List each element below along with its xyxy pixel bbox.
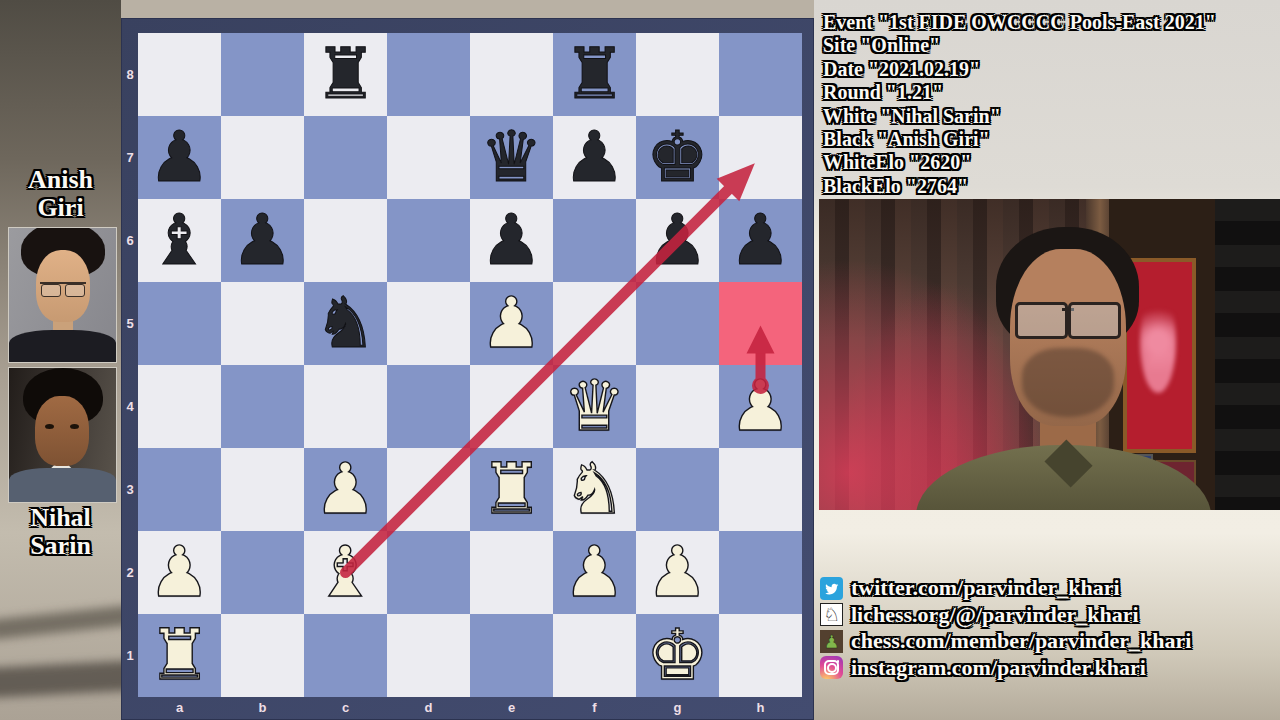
instagram-icon	[820, 656, 843, 679]
rank-label-1: 1	[125, 648, 135, 663]
square-f5[interactable]	[553, 282, 636, 365]
lichess-icon: ♘	[820, 603, 843, 626]
pgn-blackelo: BlackElo "2764"	[823, 175, 1279, 198]
social-link-text: chess.com/member/parvinder_khari	[851, 628, 1191, 654]
file-label-g: g	[673, 700, 683, 715]
square-a5[interactable]	[138, 282, 221, 365]
file-label-h: h	[756, 700, 766, 715]
square-c1[interactable]	[304, 614, 387, 697]
pgn-tags: Event "1st FIDE OWCCCC Pools-East 2021" …	[823, 11, 1279, 198]
social-link-chesscom[interactable]: ♟ chess.com/member/parvinder_khari	[820, 628, 1191, 655]
glasses-icon	[1015, 302, 1121, 333]
square-d5[interactable]	[387, 282, 470, 365]
piece-black-R-c8[interactable]: ♜	[304, 33, 387, 116]
square-c7[interactable]	[304, 116, 387, 199]
piece-white-P-h4[interactable]: ♟	[719, 365, 802, 448]
rank-label-5: 5	[125, 316, 135, 331]
piece-black-P-f7[interactable]: ♟	[553, 116, 636, 199]
square-g4[interactable]	[636, 365, 719, 448]
piece-white-R-e3[interactable]: ♜	[470, 448, 553, 531]
piece-white-K-g1[interactable]: ♚	[636, 614, 719, 697]
square-h1[interactable]	[719, 614, 802, 697]
rank-label-4: 4	[125, 399, 135, 414]
square-a3[interactable]	[138, 448, 221, 531]
square-d3[interactable]	[387, 448, 470, 531]
square-b8[interactable]	[221, 33, 304, 116]
square-d1[interactable]	[387, 614, 470, 697]
rank-label-6: 6	[125, 233, 135, 248]
square-h8[interactable]	[719, 33, 802, 116]
square-b5[interactable]	[221, 282, 304, 365]
rank-label-7: 7	[125, 150, 135, 165]
square-b3[interactable]	[221, 448, 304, 531]
pgn-date: Date "2021.02.19"	[823, 58, 1279, 81]
square-d2[interactable]	[387, 531, 470, 614]
square-b4[interactable]	[221, 365, 304, 448]
piece-white-P-a2[interactable]: ♟	[138, 531, 221, 614]
square-h2[interactable]	[719, 531, 802, 614]
commentator-stubble	[1022, 348, 1114, 416]
square-g8[interactable]	[636, 33, 719, 116]
photo-eyes	[43, 424, 81, 430]
square-c4[interactable]	[304, 365, 387, 448]
piece-white-P-c3[interactable]: ♟	[304, 448, 387, 531]
file-label-d: d	[424, 700, 434, 715]
square-b2[interactable]	[221, 531, 304, 614]
square-b7[interactable]	[221, 116, 304, 199]
webcam-dark-wall	[1215, 199, 1280, 510]
photo-shirt	[9, 330, 116, 362]
piece-white-P-g2[interactable]: ♟	[636, 531, 719, 614]
file-label-b: b	[258, 700, 268, 715]
square-f6[interactable]	[553, 199, 636, 282]
piece-black-P-b6[interactable]: ♟	[221, 199, 304, 282]
square-h7[interactable]	[719, 116, 802, 199]
square-e2[interactable]	[470, 531, 553, 614]
social-link-text: lichess.org/@/parvinder_khari	[851, 602, 1139, 628]
square-f1[interactable]	[553, 614, 636, 697]
file-label-f: f	[590, 700, 600, 715]
chess-board: ♜♜♟♛♟♚♝♟♟♟♟♞♟♛♟♟♜♞♟♝♟♟♜♚ 87654321 abcdef…	[121, 18, 814, 720]
square-g5[interactable]	[636, 282, 719, 365]
piece-black-P-g6[interactable]: ♟	[636, 199, 719, 282]
piece-black-N-c5[interactable]: ♞	[304, 282, 387, 365]
piece-black-Q-e7[interactable]: ♛	[470, 116, 553, 199]
piece-black-K-g7[interactable]: ♚	[636, 116, 719, 199]
black-player-last-name: Giri	[0, 194, 121, 222]
highlight-square-h5	[719, 282, 802, 365]
chesscom-icon: ♟	[820, 630, 843, 653]
piece-black-R-f8[interactable]: ♜	[553, 33, 636, 116]
photo-coat	[9, 468, 116, 502]
photo-face	[35, 396, 89, 466]
black-player-photo	[8, 227, 117, 363]
rank-label-3: 3	[125, 482, 135, 497]
file-label-c: c	[341, 700, 351, 715]
white-player-photo	[8, 367, 117, 503]
twitter-icon	[820, 577, 843, 600]
piece-white-R-a1[interactable]: ♜	[138, 614, 221, 697]
square-a4[interactable]	[138, 365, 221, 448]
social-link-lichess[interactable]: ♘ lichess.org/@/parvinder_khari	[820, 602, 1191, 629]
social-link-twitter[interactable]: twitter.com/parvinder_khari	[820, 575, 1191, 602]
black-player-first-name: Anish	[0, 166, 121, 194]
file-label-e: e	[507, 700, 517, 715]
pgn-round: Round "1.21"	[823, 81, 1279, 104]
square-c6[interactable]	[304, 199, 387, 282]
square-d7[interactable]	[387, 116, 470, 199]
file-label-a: a	[175, 700, 185, 715]
glasses-icon	[40, 282, 86, 297]
piece-white-P-f2[interactable]: ♟	[553, 531, 636, 614]
piece-black-P-a7[interactable]: ♟	[138, 116, 221, 199]
square-d8[interactable]	[387, 33, 470, 116]
webcam-video	[819, 199, 1280, 510]
black-player-name: Anish Giri	[0, 166, 121, 222]
piece-white-P-e5[interactable]: ♟	[470, 282, 553, 365]
white-player-name: Nihal Sarin	[0, 504, 121, 560]
piece-white-Q-f4[interactable]: ♛	[553, 365, 636, 448]
square-b1[interactable]	[221, 614, 304, 697]
square-e1[interactable]	[470, 614, 553, 697]
social-link-text: instagram.com/parvinder.khari	[851, 655, 1146, 681]
social-link-instagram[interactable]: instagram.com/parvinder.khari	[820, 655, 1191, 682]
white-player-last-name: Sarin	[0, 532, 121, 560]
square-e8[interactable]	[470, 33, 553, 116]
square-e4[interactable]	[470, 365, 553, 448]
square-g3[interactable]	[636, 448, 719, 531]
pgn-black: Black "Anish Giri"	[823, 128, 1279, 151]
pgn-white: White "Nihal Sarin"	[823, 105, 1279, 128]
piece-black-P-h6[interactable]: ♟	[719, 199, 802, 282]
piece-black-P-e6[interactable]: ♟	[470, 199, 553, 282]
board-squares: ♜♜♟♛♟♚♝♟♟♟♟♞♟♛♟♟♜♞♟♝♟♟♜♚	[138, 33, 802, 697]
piece-white-B-c2[interactable]: ♝	[304, 531, 387, 614]
piece-black-B-a6[interactable]: ♝	[138, 199, 221, 282]
square-a8[interactable]	[138, 33, 221, 116]
pgn-whiteelo: WhiteElo "2620"	[823, 151, 1279, 174]
square-d6[interactable]	[387, 199, 470, 282]
social-links: twitter.com/parvinder_khari ♘ lichess.or…	[820, 575, 1191, 681]
social-link-text: twitter.com/parvinder_khari	[851, 575, 1120, 601]
white-player-first-name: Nihal	[0, 504, 121, 532]
pgn-event: Event "1st FIDE OWCCCC Pools-East 2021"	[823, 11, 1279, 34]
rank-label-2: 2	[125, 565, 135, 580]
square-d4[interactable]	[387, 365, 470, 448]
pgn-site: Site "Online"	[823, 34, 1279, 57]
square-h3[interactable]	[719, 448, 802, 531]
piece-white-N-f3[interactable]: ♞	[553, 448, 636, 531]
rank-label-8: 8	[125, 67, 135, 82]
